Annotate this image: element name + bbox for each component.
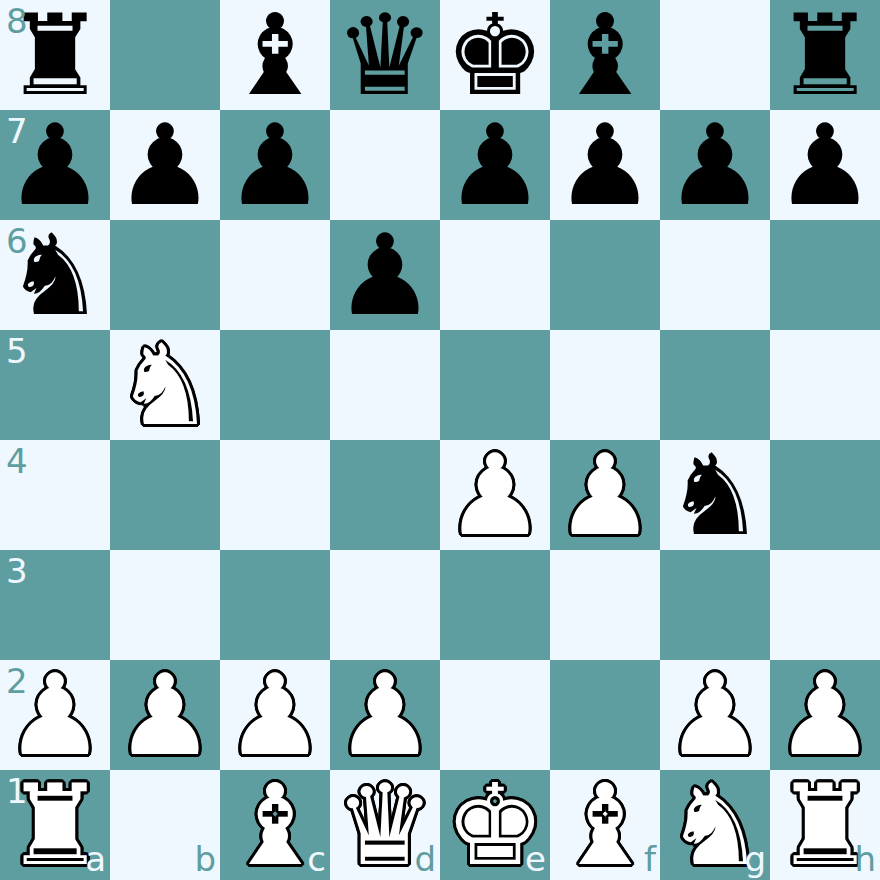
- square-b8[interactable]: [110, 0, 220, 110]
- square-f3[interactable]: [550, 550, 660, 660]
- square-e7[interactable]: ♟: [440, 110, 550, 220]
- square-c3[interactable]: [220, 550, 330, 660]
- square-e6[interactable]: [440, 220, 550, 330]
- square-d4[interactable]: [330, 440, 440, 550]
- rank-label-4: 4: [6, 444, 28, 478]
- square-a6[interactable]: 6♞: [0, 220, 110, 330]
- square-e5[interactable]: [440, 330, 550, 440]
- white-queen-d1[interactable]: ♛: [335, 770, 435, 880]
- square-a7[interactable]: 7♟: [0, 110, 110, 220]
- square-e3[interactable]: [440, 550, 550, 660]
- black-knight-a6[interactable]: ♞: [5, 220, 105, 330]
- square-a4[interactable]: 4: [0, 440, 110, 550]
- square-e8[interactable]: ♚: [440, 0, 550, 110]
- square-h2[interactable]: ♟: [770, 660, 880, 770]
- square-d3[interactable]: [330, 550, 440, 660]
- chess-board: 8♜♝♛♚♝♜7♟♟♟♟♟♟♟6♞♟5♞4♟♟♞32♟♟♟♟♟♟1a♜bc♝d♛…: [0, 0, 880, 880]
- square-b6[interactable]: [110, 220, 220, 330]
- square-f4[interactable]: ♟: [550, 440, 660, 550]
- square-g2[interactable]: ♟: [660, 660, 770, 770]
- black-bishop-c8[interactable]: ♝: [225, 0, 325, 110]
- black-knight-g4[interactable]: ♞: [665, 440, 765, 550]
- white-king-e1[interactable]: ♚: [445, 770, 545, 880]
- square-h5[interactable]: [770, 330, 880, 440]
- white-pawn-f4[interactable]: ♟: [555, 440, 655, 550]
- file-label-b: b: [194, 842, 216, 876]
- square-h4[interactable]: [770, 440, 880, 550]
- square-g4[interactable]: ♞: [660, 440, 770, 550]
- square-f2[interactable]: [550, 660, 660, 770]
- white-knight-b5[interactable]: ♞: [115, 330, 215, 440]
- square-g3[interactable]: [660, 550, 770, 660]
- square-a1[interactable]: 1a♜: [0, 770, 110, 880]
- white-pawn-a2[interactable]: ♟: [5, 660, 105, 770]
- square-c4[interactable]: [220, 440, 330, 550]
- square-d1[interactable]: d♛: [330, 770, 440, 880]
- black-pawn-e7[interactable]: ♟: [445, 110, 545, 220]
- white-pawn-c2[interactable]: ♟: [225, 660, 325, 770]
- square-b3[interactable]: [110, 550, 220, 660]
- black-bishop-f8[interactable]: ♝: [555, 0, 655, 110]
- square-d6[interactable]: ♟: [330, 220, 440, 330]
- square-a2[interactable]: 2♟: [0, 660, 110, 770]
- rank-label-5: 5: [6, 334, 28, 368]
- black-pawn-b7[interactable]: ♟: [115, 110, 215, 220]
- square-f7[interactable]: ♟: [550, 110, 660, 220]
- square-b7[interactable]: ♟: [110, 110, 220, 220]
- square-g7[interactable]: ♟: [660, 110, 770, 220]
- square-a5[interactable]: 5: [0, 330, 110, 440]
- black-rook-a8[interactable]: ♜: [5, 0, 105, 110]
- square-d5[interactable]: [330, 330, 440, 440]
- square-h7[interactable]: ♟: [770, 110, 880, 220]
- square-h1[interactable]: h♜: [770, 770, 880, 880]
- square-g6[interactable]: [660, 220, 770, 330]
- square-a8[interactable]: 8♜: [0, 0, 110, 110]
- square-b2[interactable]: ♟: [110, 660, 220, 770]
- square-g5[interactable]: [660, 330, 770, 440]
- square-b4[interactable]: [110, 440, 220, 550]
- white-pawn-d2[interactable]: ♟: [335, 660, 435, 770]
- white-rook-a1[interactable]: ♜: [5, 770, 105, 880]
- black-pawn-d6[interactable]: ♟: [335, 220, 435, 330]
- black-pawn-h7[interactable]: ♟: [775, 110, 875, 220]
- white-bishop-c1[interactable]: ♝: [225, 770, 325, 880]
- white-pawn-b2[interactable]: ♟: [115, 660, 215, 770]
- white-pawn-e4[interactable]: ♟: [445, 440, 545, 550]
- square-c8[interactable]: ♝: [220, 0, 330, 110]
- white-knight-g1[interactable]: ♞: [665, 770, 765, 880]
- square-g8[interactable]: [660, 0, 770, 110]
- square-c1[interactable]: c♝: [220, 770, 330, 880]
- black-pawn-a7[interactable]: ♟: [5, 110, 105, 220]
- black-queen-d8[interactable]: ♛: [335, 0, 435, 110]
- white-rook-h1[interactable]: ♜: [775, 770, 875, 880]
- square-h3[interactable]: [770, 550, 880, 660]
- square-d7[interactable]: [330, 110, 440, 220]
- square-g1[interactable]: g♞: [660, 770, 770, 880]
- square-f6[interactable]: [550, 220, 660, 330]
- square-e4[interactable]: ♟: [440, 440, 550, 550]
- rank-label-3: 3: [6, 554, 28, 588]
- square-h6[interactable]: [770, 220, 880, 330]
- square-f1[interactable]: f♝: [550, 770, 660, 880]
- black-pawn-f7[interactable]: ♟: [555, 110, 655, 220]
- square-c5[interactable]: [220, 330, 330, 440]
- square-a3[interactable]: 3: [0, 550, 110, 660]
- white-pawn-h2[interactable]: ♟: [775, 660, 875, 770]
- black-king-e8[interactable]: ♚: [445, 0, 545, 110]
- square-c7[interactable]: ♟: [220, 110, 330, 220]
- square-c6[interactable]: [220, 220, 330, 330]
- white-bishop-f1[interactable]: ♝: [555, 770, 655, 880]
- square-b1[interactable]: b: [110, 770, 220, 880]
- square-f8[interactable]: ♝: [550, 0, 660, 110]
- square-e2[interactable]: [440, 660, 550, 770]
- white-pawn-g2[interactable]: ♟: [665, 660, 765, 770]
- square-c2[interactable]: ♟: [220, 660, 330, 770]
- black-pawn-g7[interactable]: ♟: [665, 110, 765, 220]
- square-d2[interactable]: ♟: [330, 660, 440, 770]
- square-e1[interactable]: e♚: [440, 770, 550, 880]
- black-pawn-c7[interactable]: ♟: [225, 110, 325, 220]
- square-f5[interactable]: [550, 330, 660, 440]
- square-b5[interactable]: ♞: [110, 330, 220, 440]
- square-h8[interactable]: ♜: [770, 0, 880, 110]
- black-rook-h8[interactable]: ♜: [775, 0, 875, 110]
- square-d8[interactable]: ♛: [330, 0, 440, 110]
